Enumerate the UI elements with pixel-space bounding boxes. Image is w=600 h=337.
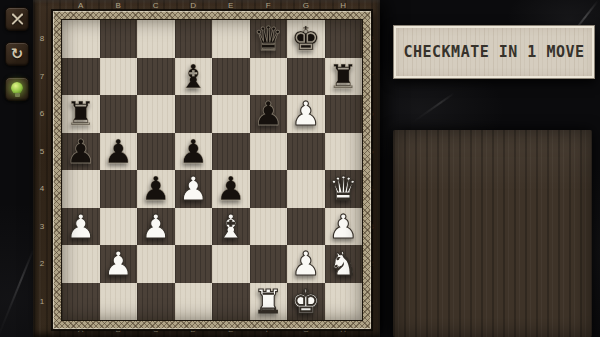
square-a6[interactable]: ♜ bbox=[62, 95, 100, 133]
white-pawn-b2[interactable]: ♟ bbox=[100, 245, 138, 283]
square-f6[interactable]: ♟ bbox=[250, 95, 288, 133]
close-button[interactable] bbox=[5, 7, 29, 31]
square-e8[interactable] bbox=[212, 20, 250, 58]
black-pawn-a5[interactable]: ♟ bbox=[62, 133, 100, 171]
rank-label-2: 2 bbox=[37, 245, 47, 283]
square-h5[interactable] bbox=[325, 133, 363, 171]
black-pawn-c4[interactable]: ♟ bbox=[137, 170, 175, 208]
square-b2[interactable]: ♟ bbox=[100, 245, 138, 283]
white-bishop-e3[interactable]: ♝ bbox=[212, 208, 250, 246]
white-pawn-d4[interactable]: ♟ bbox=[175, 170, 213, 208]
square-h7[interactable]: ♜ bbox=[325, 58, 363, 96]
square-g4[interactable] bbox=[287, 170, 325, 208]
side-toolbar: ↻ bbox=[5, 7, 29, 101]
black-pawn-f6[interactable]: ♟ bbox=[250, 95, 288, 133]
square-a5[interactable]: ♟ bbox=[62, 133, 100, 171]
square-b6[interactable] bbox=[100, 95, 138, 133]
square-b4[interactable] bbox=[100, 170, 138, 208]
rank-label-6: 6 bbox=[37, 95, 47, 133]
square-c2[interactable] bbox=[137, 245, 175, 283]
square-f3[interactable] bbox=[250, 208, 288, 246]
square-e7[interactable] bbox=[212, 58, 250, 96]
square-f2[interactable] bbox=[250, 245, 288, 283]
rank-labels-left: 87654321 bbox=[37, 20, 47, 320]
square-d8[interactable] bbox=[175, 20, 213, 58]
square-e3[interactable]: ♝ bbox=[212, 208, 250, 246]
black-pawn-b5[interactable]: ♟ bbox=[100, 133, 138, 171]
square-d4[interactable]: ♟ bbox=[175, 170, 213, 208]
square-g6[interactable]: ♟ bbox=[287, 95, 325, 133]
white-queen-h4[interactable]: ♛ bbox=[325, 170, 363, 208]
square-a8[interactable] bbox=[62, 20, 100, 58]
square-f1[interactable]: ♜ bbox=[250, 283, 288, 321]
black-queen-f8[interactable]: ♛ bbox=[250, 20, 288, 58]
square-b8[interactable] bbox=[100, 20, 138, 58]
black-bishop-d7[interactable]: ♝ bbox=[175, 58, 213, 96]
captured-pieces-tray bbox=[393, 130, 592, 337]
white-pawn-g6[interactable]: ♟ bbox=[287, 95, 325, 133]
square-h4[interactable]: ♛ bbox=[325, 170, 363, 208]
square-h3[interactable]: ♟ bbox=[325, 208, 363, 246]
chess-board: ♛♚♝♜♜♟♟♟♟♟♟♟♟♛♟♟♝♟♟♟♞♜♚ bbox=[62, 20, 362, 320]
square-c3[interactable]: ♟ bbox=[137, 208, 175, 246]
white-pawn-c3[interactable]: ♟ bbox=[137, 208, 175, 246]
square-c6[interactable] bbox=[137, 95, 175, 133]
square-g8[interactable]: ♚ bbox=[287, 20, 325, 58]
restart-icon: ↻ bbox=[11, 47, 24, 62]
square-f8[interactable]: ♛ bbox=[250, 20, 288, 58]
white-king-g1[interactable]: ♚ bbox=[287, 283, 325, 321]
rank-label-3: 3 bbox=[37, 208, 47, 246]
square-e2[interactable] bbox=[212, 245, 250, 283]
square-c7[interactable] bbox=[137, 58, 175, 96]
rank-label-4: 4 bbox=[37, 170, 47, 208]
square-d5[interactable]: ♟ bbox=[175, 133, 213, 171]
close-icon bbox=[11, 13, 24, 26]
game-screen: ↻ ABCDEFGH ABCDEFGH 87654321 87654321 ♛♚… bbox=[0, 0, 600, 337]
black-rook-a6[interactable]: ♜ bbox=[62, 95, 100, 133]
square-a7[interactable] bbox=[62, 58, 100, 96]
black-pawn-d5[interactable]: ♟ bbox=[175, 133, 213, 171]
square-d1[interactable] bbox=[175, 283, 213, 321]
square-b7[interactable] bbox=[100, 58, 138, 96]
square-e1[interactable] bbox=[212, 283, 250, 321]
white-pawn-a3[interactable]: ♟ bbox=[62, 208, 100, 246]
puzzle-instruction: CHECKMATE IN 1 MOVE bbox=[403, 43, 584, 61]
square-e5[interactable] bbox=[212, 133, 250, 171]
square-d7[interactable]: ♝ bbox=[175, 58, 213, 96]
square-c5[interactable] bbox=[137, 133, 175, 171]
rank-label-1: 1 bbox=[37, 283, 47, 321]
lightbulb-icon bbox=[11, 82, 23, 97]
white-knight-h2[interactable]: ♞ bbox=[325, 245, 363, 283]
white-pawn-h3[interactable]: ♟ bbox=[325, 208, 363, 246]
board-decorative-border: ♛♚♝♜♜♟♟♟♟♟♟♟♟♛♟♟♝♟♟♟♞♜♚ bbox=[52, 10, 372, 330]
square-a4[interactable] bbox=[62, 170, 100, 208]
square-h6[interactable] bbox=[325, 95, 363, 133]
square-e6[interactable] bbox=[212, 95, 250, 133]
square-a2[interactable] bbox=[62, 245, 100, 283]
square-f7[interactable] bbox=[250, 58, 288, 96]
square-g3[interactable] bbox=[287, 208, 325, 246]
square-e4[interactable]: ♟ bbox=[212, 170, 250, 208]
square-a1[interactable] bbox=[62, 283, 100, 321]
square-g7[interactable] bbox=[287, 58, 325, 96]
black-pawn-e4[interactable]: ♟ bbox=[212, 170, 250, 208]
square-h1[interactable] bbox=[325, 283, 363, 321]
black-rook-h7[interactable]: ♜ bbox=[325, 58, 363, 96]
square-a3[interactable]: ♟ bbox=[62, 208, 100, 246]
square-g5[interactable] bbox=[287, 133, 325, 171]
square-b5[interactable]: ♟ bbox=[100, 133, 138, 171]
square-g2[interactable]: ♟ bbox=[287, 245, 325, 283]
chess-board-frame: ABCDEFGH ABCDEFGH 87654321 87654321 ♛♚♝♜… bbox=[33, 0, 380, 337]
rank-label-7: 7 bbox=[37, 58, 47, 96]
square-h2[interactable]: ♞ bbox=[325, 245, 363, 283]
square-b3[interactable] bbox=[100, 208, 138, 246]
rank-label-8: 8 bbox=[37, 20, 47, 58]
white-rook-f1[interactable]: ♜ bbox=[250, 283, 288, 321]
square-d3[interactable] bbox=[175, 208, 213, 246]
square-c8[interactable] bbox=[137, 20, 175, 58]
square-d6[interactable] bbox=[175, 95, 213, 133]
square-d2[interactable] bbox=[175, 245, 213, 283]
square-h8[interactable] bbox=[325, 20, 363, 58]
square-b1[interactable] bbox=[100, 283, 138, 321]
square-f5[interactable] bbox=[250, 133, 288, 171]
puzzle-sign: CHECKMATE IN 1 MOVE bbox=[393, 25, 595, 79]
marble-vein bbox=[411, 92, 455, 123]
rank-label-5: 5 bbox=[37, 133, 47, 171]
square-g1[interactable]: ♚ bbox=[287, 283, 325, 321]
hint-button[interactable] bbox=[5, 77, 29, 101]
restart-button[interactable]: ↻ bbox=[5, 42, 29, 66]
marble-vein bbox=[0, 248, 35, 337]
square-c4[interactable]: ♟ bbox=[137, 170, 175, 208]
black-king-g8[interactable]: ♚ bbox=[287, 20, 325, 58]
square-c1[interactable] bbox=[137, 283, 175, 321]
square-f4[interactable] bbox=[250, 170, 288, 208]
white-pawn-g2[interactable]: ♟ bbox=[287, 245, 325, 283]
